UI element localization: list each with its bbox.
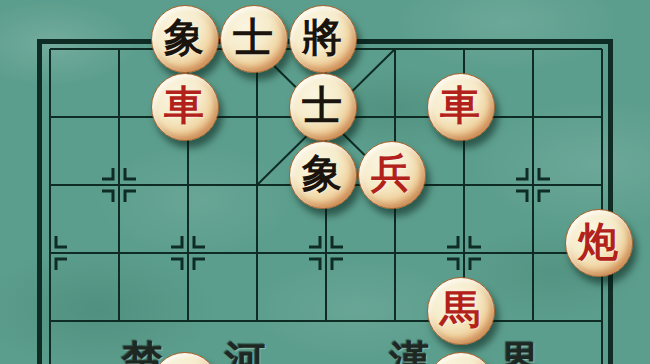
star-point	[171, 236, 205, 270]
piece-glyph: 馬	[440, 289, 480, 329]
piece-glyph: 將	[302, 17, 342, 57]
piece-glyph: 炮	[578, 221, 618, 261]
piece-glyph: 士	[302, 85, 342, 125]
piece-glyph: 車	[164, 85, 204, 125]
piece-black-general[interactable]: 將	[289, 5, 357, 73]
star-point	[447, 236, 481, 270]
piece-glyph: 士	[233, 17, 273, 57]
xiangqi-board[interactable]: 楚河漢界 象士將車士車象兵炮馬	[0, 0, 650, 364]
river-label-char-2: 漢	[386, 334, 434, 364]
piece-red-horse[interactable]: 馬	[427, 277, 495, 345]
piece-red-soldier[interactable]: 兵	[358, 141, 426, 209]
star-point	[56, 236, 67, 270]
piece-red-chariot-b[interactable]: 車	[427, 73, 495, 141]
star-point	[102, 168, 136, 202]
piece-red-cannon[interactable]: 炮	[565, 209, 633, 277]
river-label-char-3: 界	[496, 334, 544, 364]
piece-black-advisor-b[interactable]: 士	[289, 73, 357, 141]
piece-glyph: 車	[440, 85, 480, 125]
river-label-char-0: 楚	[118, 334, 166, 364]
piece-glyph: 兵	[371, 153, 411, 193]
piece-black-elephant-b[interactable]: 象	[289, 141, 357, 209]
star-point	[516, 168, 550, 202]
piece-glyph: 象	[302, 153, 342, 193]
star-point	[309, 236, 343, 270]
river-label-char-1: 河	[221, 334, 269, 364]
piece-glyph: 象	[164, 17, 204, 57]
piece-black-advisor-a[interactable]: 士	[220, 5, 288, 73]
piece-black-elephant-a[interactable]: 象	[151, 5, 219, 73]
piece-red-chariot-a[interactable]: 車	[151, 73, 219, 141]
piece-unknown-piece-b[interactable]	[427, 352, 495, 364]
